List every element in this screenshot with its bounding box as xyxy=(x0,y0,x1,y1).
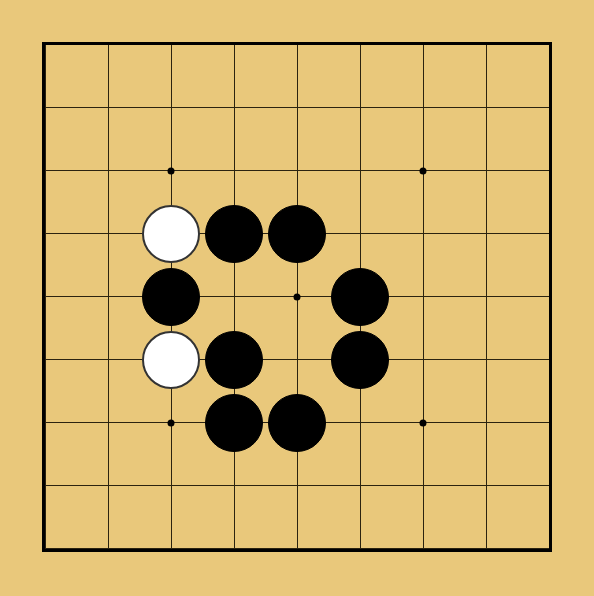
black-stone xyxy=(205,205,263,263)
hoshi-point xyxy=(420,168,427,175)
white-stone xyxy=(142,331,200,389)
hoshi-point xyxy=(294,294,301,301)
hoshi-point xyxy=(168,168,175,175)
black-stone xyxy=(268,394,326,452)
black-stone xyxy=(268,205,326,263)
black-stone xyxy=(205,331,263,389)
hoshi-point xyxy=(420,420,427,427)
black-stone xyxy=(331,268,389,326)
black-stone xyxy=(331,331,389,389)
go-board[interactable] xyxy=(0,0,594,596)
white-stone xyxy=(142,205,200,263)
black-stone xyxy=(205,394,263,452)
black-stone xyxy=(142,268,200,326)
hoshi-point xyxy=(168,420,175,427)
